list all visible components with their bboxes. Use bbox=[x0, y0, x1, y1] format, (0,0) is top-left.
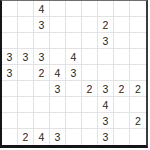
cell-r7c7[interactable]: 4 bbox=[98, 97, 114, 113]
cell-r8c1[interactable] bbox=[2, 113, 18, 129]
cell-r9c8[interactable] bbox=[114, 129, 130, 145]
cell-r4c3[interactable]: 3 bbox=[34, 49, 50, 65]
cell-r9c4[interactable]: 3 bbox=[50, 129, 66, 145]
cell-r3c1[interactable] bbox=[2, 33, 18, 49]
cell-r8c2[interactable] bbox=[18, 113, 34, 129]
cell-r2c4[interactable] bbox=[50, 17, 66, 33]
cell-r7c3[interactable] bbox=[34, 97, 50, 113]
cell-r4c2[interactable]: 3 bbox=[18, 49, 34, 65]
cell-r5c4[interactable]: 4 bbox=[50, 65, 66, 81]
cell-r3c2[interactable] bbox=[18, 33, 34, 49]
cell-r9c6[interactable] bbox=[82, 129, 98, 145]
cell-r7c4[interactable] bbox=[50, 97, 66, 113]
cell-r2c1[interactable] bbox=[2, 17, 18, 33]
cell-r6c2[interactable] bbox=[18, 81, 34, 97]
cell-r7c9[interactable] bbox=[130, 97, 146, 113]
cell-r1c1[interactable] bbox=[2, 1, 18, 17]
cell-r3c4[interactable] bbox=[50, 33, 66, 49]
cell-r2c6[interactable] bbox=[82, 17, 98, 33]
cell-r5c8[interactable] bbox=[114, 65, 130, 81]
cell-r8c8[interactable] bbox=[114, 113, 130, 129]
cell-r4c1[interactable]: 3 bbox=[2, 49, 18, 65]
cell-r2c9[interactable] bbox=[130, 17, 146, 33]
cell-r3c7[interactable]: 3 bbox=[98, 33, 114, 49]
cell-r8c9[interactable]: 2 bbox=[130, 113, 146, 129]
cell-r5c9[interactable] bbox=[130, 65, 146, 81]
cell-r3c3[interactable] bbox=[34, 33, 50, 49]
cell-r6c1[interactable] bbox=[2, 81, 18, 97]
cell-r1c8[interactable] bbox=[114, 1, 130, 17]
cell-r8c6[interactable] bbox=[82, 113, 98, 129]
minesweeper-board: 432333343243323224322433 bbox=[0, 0, 148, 148]
cell-r1c3[interactable]: 4 bbox=[34, 1, 50, 17]
cell-r7c6[interactable] bbox=[82, 97, 98, 113]
cell-r3c9[interactable] bbox=[130, 33, 146, 49]
cell-r1c6[interactable] bbox=[82, 1, 98, 17]
cell-r9c2[interactable]: 2 bbox=[18, 129, 34, 145]
cell-r7c2[interactable] bbox=[18, 97, 34, 113]
puzzle-board-area: 432333343243323224322433 bbox=[0, 0, 148, 148]
cell-r3c5[interactable] bbox=[66, 33, 82, 49]
cell-r4c8[interactable] bbox=[114, 49, 130, 65]
cell-r4c9[interactable] bbox=[130, 49, 146, 65]
cell-r6c6[interactable]: 2 bbox=[82, 81, 98, 97]
cell-r5c5[interactable]: 3 bbox=[66, 65, 82, 81]
cell-r9c7[interactable]: 3 bbox=[98, 129, 114, 145]
cell-r8c5[interactable] bbox=[66, 113, 82, 129]
cell-r2c8[interactable] bbox=[114, 17, 130, 33]
cell-r5c1[interactable]: 3 bbox=[2, 65, 18, 81]
cell-r8c7[interactable]: 3 bbox=[98, 113, 114, 129]
cell-r6c4[interactable]: 3 bbox=[50, 81, 66, 97]
cell-r7c1[interactable] bbox=[2, 97, 18, 113]
cell-r1c7[interactable] bbox=[98, 1, 114, 17]
cell-r4c5[interactable]: 4 bbox=[66, 49, 82, 65]
cell-r9c3[interactable]: 4 bbox=[34, 129, 50, 145]
cell-r2c5[interactable] bbox=[66, 17, 82, 33]
cell-r5c2[interactable] bbox=[18, 65, 34, 81]
cell-r9c1[interactable] bbox=[2, 129, 18, 145]
cell-r5c3[interactable]: 2 bbox=[34, 65, 50, 81]
cell-r3c8[interactable] bbox=[114, 33, 130, 49]
cell-r7c5[interactable] bbox=[66, 97, 82, 113]
cell-r7c8[interactable] bbox=[114, 97, 130, 113]
cell-r1c2[interactable] bbox=[18, 1, 34, 17]
cell-r2c2[interactable] bbox=[18, 17, 34, 33]
cell-r6c7[interactable]: 3 bbox=[98, 81, 114, 97]
cell-r6c9[interactable]: 2 bbox=[130, 81, 146, 97]
cell-r1c5[interactable] bbox=[66, 1, 82, 17]
cell-r4c7[interactable] bbox=[98, 49, 114, 65]
cell-r4c4[interactable] bbox=[50, 49, 66, 65]
cell-r4c6[interactable] bbox=[82, 49, 98, 65]
cell-r6c3[interactable] bbox=[34, 81, 50, 97]
cell-r8c4[interactable] bbox=[50, 113, 66, 129]
cell-r2c3[interactable]: 3 bbox=[34, 17, 50, 33]
cell-r1c4[interactable] bbox=[50, 1, 66, 17]
cell-r5c7[interactable] bbox=[98, 65, 114, 81]
cell-r2c7[interactable]: 2 bbox=[98, 17, 114, 33]
cell-r3c6[interactable] bbox=[82, 33, 98, 49]
cell-r6c8[interactable]: 2 bbox=[114, 81, 130, 97]
cell-r8c3[interactable] bbox=[34, 113, 50, 129]
cell-r9c5[interactable] bbox=[66, 129, 82, 145]
cell-r9c9[interactable] bbox=[130, 129, 146, 145]
cell-r6c5[interactable] bbox=[66, 81, 82, 97]
cell-r1c9[interactable] bbox=[130, 1, 146, 17]
cell-r5c6[interactable] bbox=[82, 65, 98, 81]
